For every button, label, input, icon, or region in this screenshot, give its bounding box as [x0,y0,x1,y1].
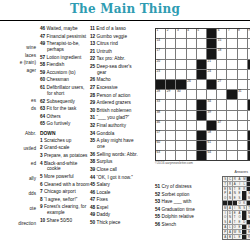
cell-number: 6 [218,29,220,32]
cell-number: 31 [238,90,242,93]
grid-cell [176,151,185,160]
answers-letter-cell: O [237,201,241,205]
cell-number: 8 [238,29,240,32]
grid-cell [217,60,226,69]
cell-number: 60 [157,141,161,144]
answers-letter-cell: I [233,206,237,210]
cell-number: 64 [208,151,212,154]
cut-clue-fragment: e (train) [0,60,36,66]
cell-number: 7 [228,29,230,32]
grid-cell [238,49,247,58]
answers-black-square [223,201,227,205]
crossword-grid: 1234567891415171820212324262728293031333… [155,28,250,161]
answers-black-square [242,211,246,215]
cut-clue-fragment: ager [0,68,36,74]
clue-item: 39 Close call [90,167,140,173]
clue-item: 26 Macho [90,77,140,83]
grid-cell [166,131,175,140]
grid-cell [176,121,185,130]
answers-letter-cell: W [233,230,237,234]
clue-item: 5 More powerful [40,174,90,180]
grid-cell: 27 [217,80,226,89]
grid-cell: 47 [217,121,226,130]
clue-item: 52 Sorbet option [155,192,215,198]
grid-cell [248,111,250,120]
clue-item: 59 Accustom (to) [40,70,90,76]
cell-number: 28 [157,90,161,93]
answers-black-square [242,225,246,229]
black-square [207,49,216,58]
grid-cell: 17 [156,49,165,58]
answers-letter-cell: T [247,206,250,210]
clue-item: 10 Share 50/50 [40,218,90,224]
cut-clue-fragment: ally [0,176,36,182]
answers-letter-cell: A [237,177,241,181]
answers-letter-cell: T [223,182,227,186]
grid-cell: 2 [166,29,175,38]
grid-cell: 60 [156,141,165,150]
grid-cell [238,70,247,79]
grid-cell [187,151,196,160]
grid-cell [197,49,206,58]
grid-cell [217,151,226,160]
answers-black-square [247,187,250,191]
cell-number: 47 [218,121,222,124]
grid-cell: 63 [156,151,165,160]
black-square [227,90,236,99]
answers-black-square [247,177,250,181]
clue-item: 47 Fixes [90,197,140,203]
answers-letter-cell: R [233,177,237,181]
grid-cell [217,70,226,79]
cell-number: 27 [218,80,222,83]
answers-letter-cell: S [223,220,227,224]
clue-item: 46 Locale [90,190,140,196]
black-square [248,131,250,140]
answers-letter-cell: T [233,220,237,224]
grid-cell [238,121,247,130]
answers-letter-cell: O [237,215,241,219]
black-square [156,80,165,89]
grid-cell [238,131,247,140]
copyright-line: ©2016 aarpnewsletter.com [155,161,193,165]
black-square [197,131,206,140]
answers-letter-cell: I [237,182,241,186]
clue-item: 54 Graduation time [155,207,215,213]
answers-solution-grid: SCRAMOHIOSPATTRAILKALEEDGEENTERRODEALOEP… [222,176,250,240]
cell-number: 20 [157,60,161,63]
cell-number: 23 [157,70,161,73]
answers-letter-cell: I [223,211,227,215]
grid-cell: 39 [207,111,216,120]
grid-cell [197,80,206,89]
grid-cell [217,111,226,120]
cell-number: 24 [208,70,212,73]
black-square [248,100,250,109]
grid-cell [166,70,175,79]
clue-item: 29 Antlered grazers [90,100,140,106]
black-square [248,141,250,150]
black-square [197,151,206,160]
grid-cell [248,121,250,130]
cell-number: 29 [167,90,171,93]
answers-letter-cell: E [233,211,237,215]
answers-letter-cell: T [233,187,237,191]
grid-cell: 46 [156,121,165,130]
clue-item: 56 Stench [155,222,215,228]
answers-letter-cell: A [228,220,232,224]
cell-number: 5 [197,29,199,32]
grid-cell: 29 [166,90,175,99]
cell-number: 21 [208,60,212,63]
answers-letter-cell: N [228,215,232,219]
answers-letter-cell: O [223,215,227,219]
grid-cell: 64 [207,151,216,160]
grid-cell: 9 [248,29,250,38]
grid-cell [187,90,196,99]
answers-letter-cell: S [237,196,241,200]
grid-cell [248,39,250,48]
black-square [207,29,216,38]
answers-letter-cell: E [237,187,241,191]
grid-cell [227,141,236,150]
grid-cell [166,121,175,130]
grid-cell [227,80,236,89]
clue-item: 25 Deep-sea diver's gear [90,64,140,76]
grid-cell [227,49,236,58]
grid-cell [227,131,236,140]
clue-item: 22 Tax pro: Abbr. [90,56,140,62]
cut-clue-fragment: Abbr. [0,131,36,137]
answers-letter-cell: A [228,230,232,234]
grid-cell: 61 [207,141,216,150]
down-section-header: DOWN [40,131,90,136]
grid-cell [248,70,250,79]
answers-black-square [242,230,246,234]
answers-letter-cell: R [228,182,232,186]
black-square [197,141,206,150]
answers-black-square [242,191,246,195]
clue-item: 46 Waited, maybe [40,26,90,32]
grid-cell [238,100,247,109]
clue-item: 53 Have ___ with [155,199,215,205]
cell-number: 14 [157,39,161,42]
answers-letter-cell: S [247,191,250,195]
answers-letter-cell: P [223,191,227,195]
answers-letter-cell: C [228,177,232,181]
clue-item: 38 Surplus [90,159,140,165]
cut-clue-fragment: es [0,98,36,104]
clue-item: 35 A play might have one [90,138,140,150]
title-rule [0,20,250,21]
clue-item: 27 Excessive [90,85,140,91]
answers-letter-cell: O [233,225,237,229]
grid-cell [166,151,175,160]
answers-letter-cell: B [228,235,232,239]
grid-cell [187,60,196,69]
clue-item: 51 Cry of distress [155,184,215,190]
clue-column-down-11-50: 11 End of a lasso12 Gumbo veggie13 Citru… [90,26,140,228]
answers-letter-cell: E [247,230,250,234]
cell-number: 15 [218,39,222,42]
clue-item: 55 Dolphin relative [155,214,215,220]
answers-letter-cell: A [237,211,241,215]
clue-item: 63 Fit for the task [40,106,90,112]
grid-cell [227,151,236,160]
black-square [197,70,206,79]
answers-letter-cell: N [233,191,237,195]
grid-cell [227,121,236,130]
clue-item: 3 Prepare, as potatoes [40,153,90,159]
grid-cell [187,111,196,120]
answers-letter-cell: A [228,191,232,195]
clue-item: 47 Financial pessimist [40,34,90,40]
grid-cell [238,80,247,89]
clue-item: 12 Gumbo veggie [90,34,140,40]
clue-item: 4 Black-and-white cookie [40,161,90,173]
answers-letter-cell: E [237,225,241,229]
black-square [197,100,206,109]
grid-cell [248,49,250,58]
grid-cell [227,111,236,120]
grid-cell [187,39,196,48]
clue-item: 61 Defibrillator users, for short [40,85,90,97]
grid-cell [187,121,196,130]
grid-cell [176,131,185,140]
black-square [248,151,250,160]
grid-cell: 3 [176,29,185,38]
black-square [166,80,175,89]
clue-item: 30 British noblemen [90,108,140,114]
grid-cell [166,60,175,69]
answers-letter-cell: T [233,215,237,219]
grid-cell [187,131,196,140]
cell-number: 61 [208,141,212,144]
answers-black-square [247,220,250,224]
answers-letter-cell: A [228,206,232,210]
black-square [176,80,185,89]
answers-black-square [228,201,232,205]
cell-number: 30 [177,90,181,93]
grid-cell [176,111,185,120]
grid-cell [227,100,236,109]
clue-item: 62 Subsequently [40,99,90,105]
cut-clue-fragment: ustled [0,146,36,152]
grid-cell [197,90,206,99]
cell-number: 1 [157,29,159,32]
grid-cell [238,60,247,69]
grid-cell [197,39,206,48]
grid-cell: 38 [156,111,165,120]
answers-letter-cell: R [247,235,250,239]
answers-letter-cell: N [237,206,241,210]
answers-black-square [242,215,246,219]
clue-item: 60 Chessman [40,77,90,83]
grid-cell: 57 [156,131,165,140]
black-square [207,80,216,89]
grid-cell: 1 [156,29,165,38]
answers-letter-cell: S [242,206,246,210]
answers-letter-cell: O [223,196,227,200]
cell-number: 18 [218,49,222,52]
answers-label: Answers [212,170,248,174]
cut-clue-fragment: ed [0,161,36,167]
clue-item: 9 Forest's clearing, for example [40,204,90,216]
black-square [248,60,250,69]
grid-cell [217,100,226,109]
cut-clue-fragment: ote [0,206,36,212]
clue-item: 11 End of a lasso [90,26,140,32]
answers-letter-cell: D [242,220,246,224]
grid-cell: 31 [238,90,247,99]
grid-cell: 58 [207,131,216,140]
answers-letter-cell: E [237,191,241,195]
answers-black-square [242,235,246,239]
grid-cell: 20 [156,60,165,69]
answers-letter-cell: A [233,182,237,186]
grid-cell [217,90,226,99]
clue-item: 45 Salary [90,182,140,188]
answers-black-square [242,196,246,200]
grid-cell [207,90,216,99]
grid-cell [248,90,250,99]
cell-number: 39 [208,111,212,114]
grid-cell: 8 [238,29,247,38]
answers-letter-cell: E [233,196,237,200]
grid-cell [176,49,185,58]
clue-item: 36 Selling words: Abbr. [90,152,140,158]
cell-number: 63 [157,151,161,154]
black-square [207,39,216,48]
cell-number: 9 [248,29,250,32]
grid-cell [166,100,175,109]
grid-cell [176,70,185,79]
grid-cell [187,100,196,109]
grid-cell: 7 [227,29,236,38]
answers-letter-cell: M [242,177,246,181]
cell-number: 17 [157,49,161,52]
cell-number: 33 [157,100,161,103]
clue-item: 32 Final authority [90,123,140,129]
page-title: The Main Thing [0,2,250,16]
answers-letter-cell: L [242,182,246,186]
grid-cell [227,60,236,69]
cut-clue-fragment: direction [0,221,36,227]
grid-cell [166,141,175,150]
answers-letter-cell: M [247,196,250,200]
grid-cell [176,141,185,150]
grid-cell: 6 [217,29,226,38]
clue-item: 65 Go furtively [40,121,90,127]
grid-cell: 30 [176,90,185,99]
grid-cell [187,49,196,58]
clue-item: 49 Daddy [90,212,140,218]
clue-item: 34 Gondola [90,131,140,137]
clue-item: 64 Others [40,114,90,120]
clue-column-across-and-down-start: 46 Waited, maybe47 Financial pessimist49… [40,26,90,226]
grid-cell: 33 [156,100,165,109]
grid-cell [197,121,206,130]
answers-letter-cell: D [228,211,232,215]
black-square [197,60,206,69]
grid-cell: 34 [207,100,216,109]
answers-letter-cell: L [228,225,232,229]
clue-item: 13 Citrus rind [90,41,140,47]
clue-item: 58 Fiendish [40,62,90,68]
clue-item: 21 Untruth [90,49,140,55]
grid-cell [187,141,196,150]
grid-cell [166,111,175,120]
cell-number: 57 [157,131,161,134]
answers-letter-cell: L [233,235,237,239]
grid-cell [176,100,185,109]
grid-cell [227,70,236,79]
grid-cell: 28 [156,90,165,99]
answers-letter-cell: M [247,211,250,215]
clue-item: 44 “OK, I got it now.” [90,175,140,181]
answers-letter-cell: N [228,187,232,191]
answers-letter-cell: K [242,201,246,205]
grid-cell [238,141,247,150]
grid-cell: 14 [156,39,165,48]
grid-cell: 18 [217,49,226,58]
clue-item: 48 Expel [90,205,140,211]
black-square [197,111,206,120]
cell-number: 26 [187,80,191,83]
answers-letter-cell: A [223,225,227,229]
answers-letter-cell: P [223,230,227,234]
grid-cell [227,39,236,48]
answers-letter-cell: A [223,235,227,239]
cut-clue-fragment: dds [0,191,36,197]
grid-cell: 15 [217,39,226,48]
answers-letter-cell: N [228,196,232,200]
grid-cell [176,39,185,48]
grid-cell: 5 [197,29,206,38]
cell-number: 38 [157,111,161,114]
clue-column-down-51-56: 51 Cry of distress52 Sorbet option53 Hav… [155,184,215,230]
grid-cell [217,131,226,140]
grid-cell: 23 [156,70,165,79]
clue-item: 1 Scratches up [40,138,90,144]
answers-letter-cell: E [237,220,241,224]
answers-letter-cell: R [242,187,246,191]
cut-clue-fragment: wine [0,45,36,51]
cell-number: 46 [157,121,161,124]
grid-cell [238,111,247,120]
clue-item: 8 “I agree, señor!” [40,197,90,203]
grid-cell: 24 [207,70,216,79]
grid-cell [176,60,185,69]
answers-letter-cell: M [223,206,227,210]
clue-item: 2 Grand-scale [40,145,90,151]
clue-item: 49 Therapist-to-be, perhaps [40,41,90,53]
answers-black-square [247,201,250,205]
clue-item: 57 Lotion ingredient [40,55,90,61]
cut-clue-fragment: laces [0,53,36,59]
clue-item: 28 Person of action [90,93,140,99]
grid-cell [248,80,250,89]
grid-cell [217,141,226,150]
cell-number: 34 [208,100,212,103]
clue-item: 50 Thick piece [90,220,140,226]
grid-cell: 4 [187,29,196,38]
answers-letter-cell: S [223,177,227,181]
answers-black-square [247,182,250,186]
grid-cell: 21 [207,60,216,69]
cell-number: 58 [208,131,212,134]
grid-cell [166,49,175,58]
